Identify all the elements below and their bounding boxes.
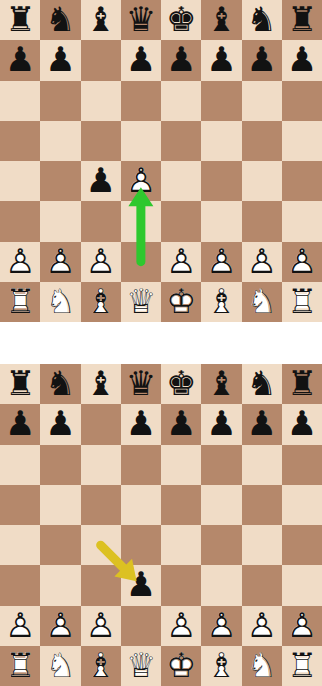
square-c6[interactable] [81, 445, 121, 485]
black-pawn: ♟ [0, 403, 40, 443]
square-b1[interactable]: ♞♘ [40, 646, 80, 686]
square-g1[interactable]: ♞♘ [242, 646, 282, 686]
black-pawn: ♟ [282, 39, 322, 79]
white-pawn: ♙ [40, 605, 80, 645]
square-e7[interactable]: ♟ [161, 404, 201, 444]
square-e5[interactable] [161, 121, 201, 161]
chess-board-top: ♜♞♝♛♚♝♞♜♟♟♟♟♟♟♟♟♟♙♟♙♟♙♟♙♟♙♟♙♟♙♟♙♜♖♞♘♝♗♛♕… [0, 0, 322, 322]
square-b8[interactable]: ♞ [40, 0, 80, 40]
square-d6[interactable] [121, 445, 161, 485]
square-e4[interactable] [161, 525, 201, 565]
square-h4[interactable] [282, 525, 322, 565]
square-b6[interactable] [40, 445, 80, 485]
square-f5[interactable] [201, 121, 241, 161]
square-d7[interactable]: ♟ [121, 404, 161, 444]
square-c2[interactable]: ♟♙ [81, 606, 121, 646]
black-pawn: ♟ [201, 403, 241, 443]
square-a8[interactable]: ♜ [0, 0, 40, 40]
square-c1[interactable]: ♝♗ [81, 282, 121, 322]
black-queen: ♛ [121, 0, 161, 39]
black-queen: ♛ [121, 363, 161, 403]
white-king: ♔ [161, 281, 201, 321]
square-e5[interactable] [161, 485, 201, 525]
square-b3[interactable] [40, 201, 80, 241]
square-d2[interactable] [121, 606, 161, 646]
square-f4[interactable] [201, 525, 241, 565]
square-d6[interactable] [121, 81, 161, 121]
square-d1[interactable]: ♛♕ [121, 282, 161, 322]
black-bishop: ♝ [201, 363, 241, 403]
square-g5[interactable] [242, 121, 282, 161]
board-frame-top: ♜♞♝♛♚♝♞♜♟♟♟♟♟♟♟♟♟♙♟♙♟♙♟♙♟♙♟♙♟♙♟♙♜♖♞♘♝♗♛♕… [0, 0, 322, 322]
black-knight: ♞ [40, 0, 80, 39]
square-f8[interactable]: ♝ [201, 364, 241, 404]
square-h6[interactable] [282, 81, 322, 121]
square-f3[interactable] [201, 201, 241, 241]
square-b8[interactable]: ♞ [40, 364, 80, 404]
square-h4[interactable] [282, 161, 322, 201]
square-e7[interactable]: ♟ [161, 40, 201, 80]
square-b4[interactable] [40, 161, 80, 201]
square-f2[interactable]: ♟♙ [201, 242, 241, 282]
square-d8[interactable]: ♛ [121, 0, 161, 40]
black-bishop: ♝ [201, 0, 241, 39]
square-a2[interactable]: ♟♙ [0, 242, 40, 282]
black-pawn: ♟ [161, 39, 201, 79]
square-a1[interactable]: ♜♖ [0, 646, 40, 686]
square-b1[interactable]: ♞♘ [40, 282, 80, 322]
chess-board-bottom: ♜♞♝♛♚♝♞♜♟♟♟♟♟♟♟♟♟♙♟♙♟♙♟♙♟♙♟♙♟♙♜♖♞♘♝♗♛♕♚♔… [0, 364, 322, 686]
square-d2[interactable] [121, 242, 161, 282]
white-pawn: ♙ [81, 241, 121, 281]
square-e6[interactable] [161, 445, 201, 485]
black-pawn: ♟ [161, 403, 201, 443]
square-b6[interactable] [40, 81, 80, 121]
square-f5[interactable] [201, 485, 241, 525]
black-pawn: ♟ [242, 403, 282, 443]
square-c3[interactable] [81, 201, 121, 241]
square-f1[interactable]: ♝♗ [201, 282, 241, 322]
square-h7[interactable]: ♟ [282, 404, 322, 444]
square-a4[interactable] [0, 161, 40, 201]
square-c5[interactable] [81, 121, 121, 161]
square-a4[interactable] [0, 525, 40, 565]
square-d5[interactable] [121, 121, 161, 161]
square-g2[interactable]: ♟♙ [242, 242, 282, 282]
black-rook: ♜ [0, 0, 40, 39]
square-a2[interactable]: ♟♙ [0, 606, 40, 646]
square-h8[interactable]: ♜ [282, 364, 322, 404]
square-h3[interactable] [282, 565, 322, 605]
white-pawn: ♙ [40, 241, 80, 281]
white-bishop: ♗ [201, 645, 241, 685]
white-rook: ♖ [0, 281, 40, 321]
square-f3[interactable] [201, 565, 241, 605]
square-c2[interactable]: ♟♙ [81, 242, 121, 282]
square-g6[interactable] [242, 445, 282, 485]
square-b3[interactable] [40, 565, 80, 605]
black-king: ♚ [161, 363, 201, 403]
black-knight: ♞ [242, 0, 282, 39]
white-bishop: ♗ [201, 281, 241, 321]
en-passant-diagram: ♜♞♝♛♚♝♞♜♟♟♟♟♟♟♟♟♟♙♟♙♟♙♟♙♟♙♟♙♟♙♟♙♜♖♞♘♝♗♛♕… [0, 0, 322, 686]
black-pawn: ♟ [40, 403, 80, 443]
square-e3[interactable] [161, 201, 201, 241]
square-a3[interactable] [0, 565, 40, 605]
square-g3[interactable] [242, 201, 282, 241]
square-e8[interactable]: ♚ [161, 364, 201, 404]
black-rook: ♜ [282, 363, 322, 403]
square-e4[interactable] [161, 161, 201, 201]
black-pawn: ♟ [40, 39, 80, 79]
white-pawn: ♙ [81, 605, 121, 645]
square-h2[interactable]: ♟♙ [282, 606, 322, 646]
square-a6[interactable] [0, 445, 40, 485]
square-h5[interactable] [282, 485, 322, 525]
white-king: ♔ [161, 645, 201, 685]
square-a5[interactable] [0, 485, 40, 525]
square-d5[interactable] [121, 485, 161, 525]
square-c1[interactable]: ♝♗ [81, 646, 121, 686]
white-pawn: ♙ [0, 241, 40, 281]
square-g7[interactable]: ♟ [242, 404, 282, 444]
square-b5[interactable] [40, 485, 80, 525]
black-pawn: ♟ [242, 39, 282, 79]
square-b5[interactable] [40, 121, 80, 161]
square-h3[interactable] [282, 201, 322, 241]
black-bishop: ♝ [81, 0, 121, 39]
white-knight: ♘ [242, 645, 282, 685]
square-f4[interactable] [201, 161, 241, 201]
square-h2[interactable]: ♟♙ [282, 242, 322, 282]
black-knight: ♞ [242, 363, 282, 403]
square-f1[interactable]: ♝♗ [201, 646, 241, 686]
white-pawn: ♙ [201, 605, 241, 645]
square-a7[interactable]: ♟ [0, 404, 40, 444]
square-f7[interactable]: ♟ [201, 40, 241, 80]
square-a5[interactable] [0, 121, 40, 161]
square-g5[interactable] [242, 485, 282, 525]
square-d3[interactable] [121, 201, 161, 241]
square-a1[interactable]: ♜♖ [0, 282, 40, 322]
black-pawn: ♟ [121, 564, 161, 604]
square-g4[interactable] [242, 525, 282, 565]
square-g8[interactable]: ♞ [242, 364, 282, 404]
black-pawn: ♟ [121, 39, 161, 79]
square-b7[interactable]: ♟ [40, 40, 80, 80]
square-c3[interactable] [81, 565, 121, 605]
square-f7[interactable]: ♟ [201, 404, 241, 444]
square-c7[interactable] [81, 404, 121, 444]
square-h1[interactable]: ♜♖ [282, 282, 322, 322]
square-a7[interactable]: ♟ [0, 40, 40, 80]
square-c6[interactable] [81, 81, 121, 121]
white-rook: ♖ [282, 281, 322, 321]
white-rook: ♖ [282, 645, 322, 685]
square-d1[interactable]: ♛♕ [121, 646, 161, 686]
square-g2[interactable]: ♟♙ [242, 606, 282, 646]
square-f6[interactable] [201, 445, 241, 485]
black-pawn: ♟ [0, 39, 40, 79]
square-f6[interactable] [201, 81, 241, 121]
white-pawn: ♙ [161, 605, 201, 645]
square-b2[interactable]: ♟♙ [40, 242, 80, 282]
black-pawn: ♟ [81, 160, 121, 200]
square-h1[interactable]: ♜♖ [282, 646, 322, 686]
black-pawn: ♟ [282, 403, 322, 443]
square-e1[interactable]: ♚♔ [161, 282, 201, 322]
square-e2[interactable]: ♟♙ [161, 606, 201, 646]
black-pawn: ♟ [121, 403, 161, 443]
square-e8[interactable]: ♚ [161, 0, 201, 40]
black-king: ♚ [161, 0, 201, 39]
white-knight: ♘ [242, 281, 282, 321]
square-h8[interactable]: ♜ [282, 0, 322, 40]
black-rook: ♜ [0, 363, 40, 403]
white-pawn: ♙ [161, 241, 201, 281]
square-g1[interactable]: ♞♘ [242, 282, 282, 322]
square-g6[interactable] [242, 81, 282, 121]
square-b7[interactable]: ♟ [40, 404, 80, 444]
square-c8[interactable]: ♝ [81, 364, 121, 404]
black-pawn: ♟ [201, 39, 241, 79]
square-d4[interactable] [121, 525, 161, 565]
black-bishop: ♝ [81, 363, 121, 403]
square-c4[interactable] [81, 525, 121, 565]
square-b2[interactable]: ♟♙ [40, 606, 80, 646]
white-pawn: ♙ [242, 605, 282, 645]
white-pawn: ♙ [121, 160, 161, 200]
square-e2[interactable]: ♟♙ [161, 242, 201, 282]
white-knight: ♘ [40, 645, 80, 685]
square-c5[interactable] [81, 485, 121, 525]
square-c4[interactable]: ♟ [81, 161, 121, 201]
square-h7[interactable]: ♟ [282, 40, 322, 80]
square-d3[interactable]: ♟ [121, 565, 161, 605]
square-f2[interactable]: ♟♙ [201, 606, 241, 646]
white-pawn: ♙ [0, 605, 40, 645]
square-g7[interactable]: ♟ [242, 40, 282, 80]
white-bishop: ♗ [81, 645, 121, 685]
square-g4[interactable] [242, 161, 282, 201]
square-g3[interactable] [242, 565, 282, 605]
square-a3[interactable] [0, 201, 40, 241]
square-e6[interactable] [161, 81, 201, 121]
square-a8[interactable]: ♜ [0, 364, 40, 404]
square-c7[interactable] [81, 40, 121, 80]
white-pawn: ♙ [282, 241, 322, 281]
square-d8[interactable]: ♛ [121, 364, 161, 404]
black-knight: ♞ [40, 363, 80, 403]
white-queen: ♕ [121, 645, 161, 685]
square-g8[interactable]: ♞ [242, 0, 282, 40]
white-rook: ♖ [0, 645, 40, 685]
square-h5[interactable] [282, 121, 322, 161]
square-e3[interactable] [161, 565, 201, 605]
square-a6[interactable] [0, 81, 40, 121]
white-bishop: ♗ [81, 281, 121, 321]
square-b4[interactable] [40, 525, 80, 565]
square-d4[interactable]: ♟♙ [121, 161, 161, 201]
white-pawn: ♙ [242, 241, 282, 281]
white-pawn: ♙ [282, 605, 322, 645]
square-h6[interactable] [282, 445, 322, 485]
square-f8[interactable]: ♝ [201, 0, 241, 40]
board-frame-bottom: ♜♞♝♛♚♝♞♜♟♟♟♟♟♟♟♟♟♙♟♙♟♙♟♙♟♙♟♙♟♙♜♖♞♘♝♗♛♕♚♔… [0, 364, 322, 686]
square-d7[interactable]: ♟ [121, 40, 161, 80]
black-rook: ♜ [282, 0, 322, 39]
square-e1[interactable]: ♚♔ [161, 646, 201, 686]
white-queen: ♕ [121, 281, 161, 321]
white-pawn: ♙ [201, 241, 241, 281]
white-knight: ♘ [40, 281, 80, 321]
square-c8[interactable]: ♝ [81, 0, 121, 40]
